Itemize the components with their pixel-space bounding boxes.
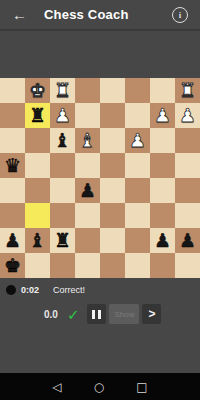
square-c4[interactable] — [50, 178, 75, 203]
square-a8[interactable] — [0, 78, 25, 103]
controls-row: 0.0 ✓ Show > — [0, 304, 200, 324]
square-g2[interactable]: ♟ — [150, 228, 175, 253]
chess-coach-app: ← Chess Coach i ♚♜♜♜♟♟♟♝♝♟♛♟♟♝♜♟♟♚ 0:02 … — [0, 0, 200, 400]
square-a7[interactable] — [0, 103, 25, 128]
evaluation-value: 0.0 — [44, 309, 58, 320]
square-b7[interactable]: ♜ — [25, 103, 50, 128]
white-bishop: ♝ — [75, 128, 100, 153]
square-d7[interactable] — [75, 103, 100, 128]
square-e1[interactable] — [100, 253, 125, 278]
square-e4[interactable] — [100, 178, 125, 203]
square-h5[interactable] — [175, 153, 200, 178]
square-a4[interactable] — [0, 178, 25, 203]
square-h2[interactable]: ♟ — [175, 228, 200, 253]
square-b5[interactable] — [25, 153, 50, 178]
next-button[interactable]: > — [142, 304, 161, 324]
white-rook: ♜ — [50, 78, 75, 103]
square-g3[interactable] — [150, 203, 175, 228]
square-d3[interactable] — [75, 203, 100, 228]
square-c5[interactable] — [50, 153, 75, 178]
square-g5[interactable] — [150, 153, 175, 178]
pause-button[interactable] — [87, 304, 106, 324]
square-d5[interactable] — [75, 153, 100, 178]
feedback-message: Correct! — [53, 285, 85, 295]
square-c7[interactable]: ♟ — [50, 103, 75, 128]
black-side-indicator-icon — [6, 285, 16, 295]
white-pawn: ♟ — [125, 128, 150, 153]
show-button[interactable]: Show — [109, 304, 139, 324]
square-f7[interactable] — [125, 103, 150, 128]
move-timer: 0:02 — [21, 285, 39, 295]
pause-icon — [92, 310, 95, 319]
nav-home-icon[interactable]: ○ — [94, 381, 104, 393]
square-h6[interactable] — [175, 128, 200, 153]
square-d4[interactable]: ♟ — [75, 178, 100, 203]
square-h4[interactable] — [175, 178, 200, 203]
square-a1[interactable]: ♚ — [0, 253, 25, 278]
square-f6[interactable]: ♟ — [125, 128, 150, 153]
black-pawn: ♟ — [0, 228, 25, 253]
square-b3[interactable] — [25, 203, 50, 228]
info-icon[interactable]: i — [172, 7, 188, 23]
square-f8[interactable] — [125, 78, 150, 103]
square-e7[interactable] — [100, 103, 125, 128]
status-area: 0:02 Correct! 0.0 ✓ Show > — [0, 278, 200, 371]
back-icon[interactable]: ← — [12, 7, 27, 22]
square-d6[interactable]: ♝ — [75, 128, 100, 153]
square-b1[interactable] — [25, 253, 50, 278]
square-a3[interactable] — [0, 203, 25, 228]
correct-check-icon: ✓ — [67, 307, 80, 322]
square-f4[interactable] — [125, 178, 150, 203]
black-pawn: ♟ — [75, 178, 100, 203]
square-e5[interactable] — [100, 153, 125, 178]
square-f3[interactable] — [125, 203, 150, 228]
black-bishop: ♝ — [25, 228, 50, 253]
black-pawn: ♟ — [150, 228, 175, 253]
white-rook: ♜ — [175, 78, 200, 103]
chess-board: ♚♜♜♜♟♟♟♝♝♟♛♟♟♝♜♟♟♚ — [0, 78, 200, 278]
square-f2[interactable] — [125, 228, 150, 253]
square-c2[interactable]: ♜ — [50, 228, 75, 253]
white-pawn: ♟ — [150, 103, 175, 128]
square-g7[interactable]: ♟ — [150, 103, 175, 128]
android-nav-bar: ◁ ○ □ — [0, 373, 200, 400]
black-rook: ♜ — [50, 228, 75, 253]
square-h3[interactable] — [175, 203, 200, 228]
square-c3[interactable] — [50, 203, 75, 228]
pause-icon — [98, 310, 101, 319]
nav-recents-icon[interactable]: □ — [136, 381, 147, 393]
square-f5[interactable] — [125, 153, 150, 178]
square-a5[interactable]: ♛ — [0, 153, 25, 178]
square-e8[interactable] — [100, 78, 125, 103]
square-e2[interactable] — [100, 228, 125, 253]
square-c1[interactable] — [50, 253, 75, 278]
square-d8[interactable] — [75, 78, 100, 103]
square-b4[interactable] — [25, 178, 50, 203]
square-f1[interactable] — [125, 253, 150, 278]
white-pawn: ♟ — [175, 103, 200, 128]
square-h8[interactable]: ♜ — [175, 78, 200, 103]
square-b2[interactable]: ♝ — [25, 228, 50, 253]
status-row: 0:02 Correct! — [0, 284, 200, 296]
nav-back-icon[interactable]: ◁ — [52, 381, 61, 393]
square-h7[interactable]: ♟ — [175, 103, 200, 128]
square-d1[interactable] — [75, 253, 100, 278]
square-a6[interactable] — [0, 128, 25, 153]
square-h1[interactable] — [175, 253, 200, 278]
page-title: Chess Coach — [44, 7, 129, 22]
white-king: ♚ — [25, 78, 50, 103]
white-pawn: ♟ — [50, 103, 75, 128]
square-g1[interactable] — [150, 253, 175, 278]
black-bishop: ♝ — [50, 128, 75, 153]
square-e6[interactable] — [100, 128, 125, 153]
square-c6[interactable]: ♝ — [50, 128, 75, 153]
square-e3[interactable] — [100, 203, 125, 228]
board-top-margin — [0, 31, 200, 78]
black-queen: ♛ — [0, 153, 25, 178]
square-a2[interactable]: ♟ — [0, 228, 25, 253]
square-g6[interactable] — [150, 128, 175, 153]
square-c8[interactable]: ♜ — [50, 78, 75, 103]
black-rook: ♜ — [25, 103, 50, 128]
square-d2[interactable] — [75, 228, 100, 253]
square-b6[interactable] — [25, 128, 50, 153]
square-g4[interactable] — [150, 178, 175, 203]
app-bar: ← Chess Coach i — [0, 0, 200, 31]
square-g8[interactable] — [150, 78, 175, 103]
square-b8[interactable]: ♚ — [25, 78, 50, 103]
black-pawn: ♟ — [175, 228, 200, 253]
black-king: ♚ — [0, 253, 25, 278]
